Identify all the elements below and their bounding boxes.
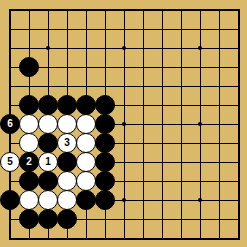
- stone-black[interactable]: [57, 95, 77, 115]
- stone-black[interactable]: [95, 133, 115, 153]
- star-point: [122, 46, 126, 50]
- stone-white[interactable]: [57, 114, 77, 134]
- stone-white[interactable]: [38, 190, 58, 210]
- grid-line-vertical: [219, 10, 220, 238]
- stone-white[interactable]: [76, 152, 96, 172]
- stone-black[interactable]: [95, 152, 115, 172]
- star-point: [122, 198, 126, 202]
- grid-line-vertical: [162, 10, 163, 238]
- stone-white[interactable]: [19, 133, 39, 153]
- stone-black[interactable]: [38, 95, 58, 115]
- grid-line-vertical: [143, 10, 144, 238]
- star-point: [198, 122, 202, 126]
- stone-white[interactable]: [76, 171, 96, 191]
- stone-black[interactable]: [38, 171, 58, 191]
- stone-black[interactable]: [38, 209, 58, 229]
- stone-black[interactable]: [57, 209, 77, 229]
- stone-black[interactable]: [19, 57, 39, 77]
- stone-white-move-1[interactable]: 1: [38, 152, 58, 172]
- star-point: [198, 198, 202, 202]
- stone-white[interactable]: [57, 171, 77, 191]
- stone-white-move-5[interactable]: 5: [0, 152, 20, 172]
- stone-black[interactable]: [19, 209, 39, 229]
- star-point: [198, 46, 202, 50]
- stone-black[interactable]: [57, 152, 77, 172]
- stone-black[interactable]: [38, 133, 58, 153]
- star-point: [122, 122, 126, 126]
- stone-white-move-3[interactable]: 3: [57, 133, 77, 153]
- stone-white[interactable]: [57, 190, 77, 210]
- stone-white[interactable]: [19, 114, 39, 134]
- stone-black[interactable]: [76, 95, 96, 115]
- stone-black[interactable]: [95, 190, 115, 210]
- stone-white[interactable]: [38, 114, 58, 134]
- go-diagram-page: 63521: [0, 0, 247, 247]
- stone-black[interactable]: [95, 171, 115, 191]
- grid-line-vertical: [181, 10, 182, 238]
- stone-black-move-6[interactable]: 6: [0, 114, 20, 134]
- stone-white[interactable]: [76, 133, 96, 153]
- stone-white[interactable]: [76, 114, 96, 134]
- stone-black[interactable]: [19, 95, 39, 115]
- star-point: [46, 46, 50, 50]
- go-board[interactable]: 63521: [0, 0, 247, 247]
- stone-white[interactable]: [19, 190, 39, 210]
- stone-black[interactable]: [19, 171, 39, 191]
- stone-black-move-2[interactable]: 2: [19, 152, 39, 172]
- stone-black[interactable]: [95, 95, 115, 115]
- stone-black[interactable]: [76, 190, 96, 210]
- stone-black[interactable]: [0, 190, 20, 210]
- stone-black[interactable]: [95, 114, 115, 134]
